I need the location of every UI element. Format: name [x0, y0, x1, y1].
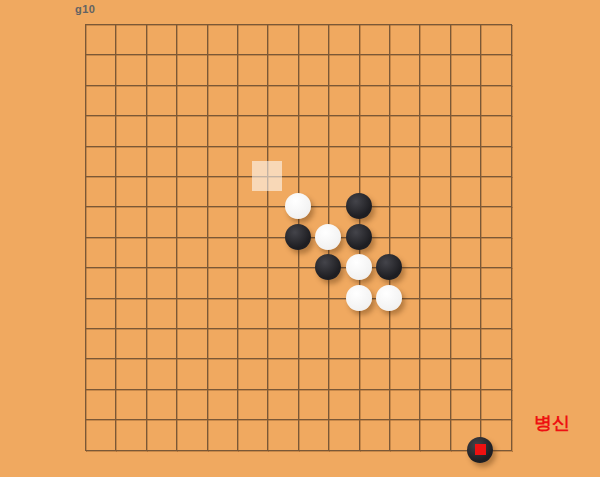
- grid-line-horizontal: [85, 450, 512, 451]
- stone-black-h8: [285, 224, 311, 250]
- grid-line-vertical: [450, 24, 451, 451]
- gomoku-board[interactable]: [85, 24, 512, 451]
- grid-line-horizontal: [85, 298, 512, 299]
- grid-line-horizontal: [85, 267, 512, 268]
- highlighted-intersection: [252, 161, 282, 191]
- chat-message-text: 병신: [534, 411, 570, 435]
- grid-line-vertical: [511, 24, 512, 451]
- grid-line-horizontal: [85, 328, 512, 329]
- last-move-marker: [475, 444, 486, 455]
- grid-line-vertical: [419, 24, 420, 451]
- stone-black-i7: [315, 254, 341, 280]
- move-coordinate-label: g10: [75, 3, 95, 15]
- game-screen: g10 병신: [0, 0, 600, 477]
- stone-white-j6: [346, 285, 372, 311]
- stone-black-k7: [376, 254, 402, 280]
- stone-white-j7: [346, 254, 372, 280]
- grid-line-horizontal: [85, 419, 512, 420]
- stone-black-n1: [467, 437, 493, 463]
- grid-line-horizontal: [85, 389, 512, 390]
- grid-line-horizontal: [85, 358, 512, 359]
- stone-white-h9: [285, 193, 311, 219]
- stone-black-j9: [346, 193, 372, 219]
- grid-line-vertical: [389, 24, 390, 451]
- grid-line-vertical: [480, 24, 481, 451]
- stone-white-i8: [315, 224, 341, 250]
- stone-white-k6: [376, 285, 402, 311]
- stone-black-j8: [346, 224, 372, 250]
